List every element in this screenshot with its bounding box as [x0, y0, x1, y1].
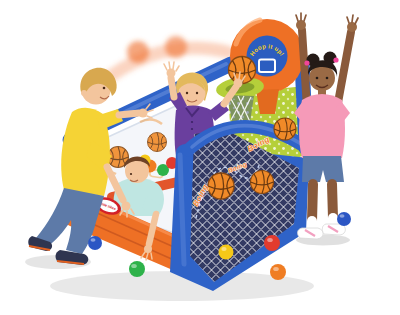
product-photo: little tikes Hoop it up! — [0, 0, 400, 315]
basketball-print — [148, 133, 167, 152]
girl-middle-eye — [196, 92, 198, 94]
boy-forearm — [119, 113, 139, 115]
girl-middle-eye — [186, 92, 188, 94]
basketball-print — [251, 171, 274, 194]
girl-right-leg — [332, 184, 333, 218]
girl-right-hair-bow — [333, 57, 338, 62]
girl-right-arm — [302, 30, 307, 108]
floor-ball — [270, 264, 286, 280]
girl-middle-forearm — [171, 78, 174, 97]
blurred-ball — [165, 36, 187, 58]
backboard-stem — [256, 89, 279, 114]
girl-right-hair-bow — [304, 60, 309, 65]
girl-middle-hand — [167, 69, 176, 78]
floor-ball — [264, 235, 280, 251]
basketball-print — [274, 118, 296, 140]
girl-right-eye — [316, 77, 319, 80]
floor-ball — [337, 212, 351, 226]
girl-right-leg — [312, 184, 313, 221]
basketball-print — [208, 173, 234, 199]
blurred-ball — [127, 41, 149, 63]
front-wedge: Boing Boing Boing — [170, 118, 310, 291]
girl-right-fingers — [347, 15, 358, 24]
boy-hand — [122, 202, 131, 211]
boy-hand — [139, 109, 148, 118]
girl-right-shirt — [299, 94, 345, 158]
boy-eye — [103, 87, 106, 90]
toddler-eye — [130, 173, 132, 175]
girl-right-fingers — [296, 13, 306, 21]
girl-right-shorts — [302, 156, 344, 182]
floor-ball — [129, 261, 145, 277]
floor-ball — [219, 245, 234, 260]
girl-right-eye — [326, 77, 329, 80]
girl-right-arm — [337, 32, 351, 108]
scene-canvas: little tikes Hoop it up! — [0, 0, 400, 315]
girl-middle-hand — [234, 79, 243, 88]
floor-ball — [88, 236, 102, 250]
boy-ear — [81, 90, 87, 96]
